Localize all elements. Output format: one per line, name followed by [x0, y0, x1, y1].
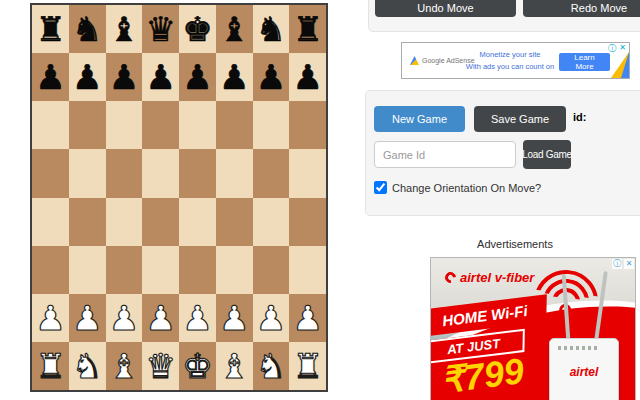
piece-black-king[interactable]: ♚ [182, 12, 212, 46]
square-h4[interactable] [289, 198, 326, 246]
square-g1[interactable]: ♞ [253, 342, 290, 390]
page: ♜♞♝♛♚♝♞♜♟♟♟♟♟♟♟♟♟♟♟♟♟♟♟♟♜♞♝♛♚♝♞♜ Undo Mo… [0, 0, 640, 400]
advertisements-heading: Advertisements [365, 238, 640, 250]
piece-white-pawn[interactable]: ♟ [145, 301, 175, 335]
orientation-option-row: Change Orientation On Move? [374, 181, 541, 194]
piece-black-knight[interactable]: ♞ [256, 12, 286, 46]
adsense-headline: Monetize your site [462, 49, 558, 61]
square-c2[interactable]: ♟ [106, 294, 143, 342]
orientation-checkbox[interactable] [374, 181, 387, 194]
square-f3[interactable] [216, 246, 253, 294]
game-controls-panel: New Game Save Game id: Load Game Change … [365, 90, 640, 216]
square-f7[interactable]: ♟ [216, 53, 253, 101]
square-e3[interactable] [179, 246, 216, 294]
square-a1[interactable]: ♜ [32, 342, 69, 390]
square-d1[interactable]: ♛ [142, 342, 179, 390]
square-f8[interactable]: ♝ [216, 5, 253, 53]
piece-black-pawn[interactable]: ♟ [219, 60, 249, 94]
square-g3[interactable] [253, 246, 290, 294]
piece-white-rook[interactable]: ♜ [292, 349, 322, 383]
undo-move-button[interactable]: Undo Move [375, 0, 516, 17]
square-d5[interactable] [142, 149, 179, 197]
piece-white-pawn[interactable]: ♟ [256, 301, 286, 335]
piece-black-pawn[interactable]: ♟ [72, 60, 102, 94]
airtel-logo: airtel v-fiber [445, 270, 534, 285]
square-h7[interactable]: ♟ [289, 53, 326, 101]
square-g6[interactable] [253, 101, 290, 149]
square-e8[interactable]: ♚ [179, 5, 216, 53]
game-id-label: id: [573, 111, 586, 123]
square-f2[interactable]: ♟ [216, 294, 253, 342]
square-h5[interactable] [289, 149, 326, 197]
piece-white-knight[interactable]: ♞ [72, 349, 102, 383]
square-f1[interactable]: ♝ [216, 342, 253, 390]
piece-white-pawn[interactable]: ♟ [35, 301, 65, 335]
piece-white-rook[interactable]: ♜ [35, 349, 65, 383]
ad-info-icon[interactable]: ⓘ [612, 259, 622, 269]
piece-black-pawn[interactable]: ♟ [182, 60, 212, 94]
square-h6[interactable] [289, 101, 326, 149]
airtel-brand-text: airtel v-fiber [460, 270, 534, 285]
square-f5[interactable] [216, 149, 253, 197]
square-b4[interactable] [69, 198, 106, 246]
square-a2[interactable]: ♟ [32, 294, 69, 342]
piece-black-pawn[interactable]: ♟ [35, 60, 65, 94]
square-g8[interactable]: ♞ [253, 5, 290, 53]
piece-black-bishop[interactable]: ♝ [109, 12, 139, 46]
save-game-button[interactable]: Save Game [474, 106, 566, 132]
piece-white-pawn[interactable]: ♟ [292, 301, 322, 335]
load-game-button[interactable]: Load Game [523, 140, 571, 169]
piece-black-pawn[interactable]: ♟ [145, 60, 175, 94]
square-a3[interactable] [32, 246, 69, 294]
square-g2[interactable]: ♟ [253, 294, 290, 342]
square-c3[interactable] [106, 246, 143, 294]
square-d4[interactable] [142, 198, 179, 246]
square-e7[interactable]: ♟ [179, 53, 216, 101]
piece-black-queen[interactable]: ♛ [145, 12, 175, 46]
square-d6[interactable] [142, 101, 179, 149]
square-h1[interactable]: ♜ [289, 342, 326, 390]
square-e2[interactable]: ♟ [179, 294, 216, 342]
square-g4[interactable] [253, 198, 290, 246]
piece-white-pawn[interactable]: ♟ [109, 301, 139, 335]
square-c4[interactable] [106, 198, 143, 246]
square-a7[interactable]: ♟ [32, 53, 69, 101]
piece-black-bishop[interactable]: ♝ [219, 12, 249, 46]
square-h8[interactable]: ♜ [289, 5, 326, 53]
router-brand-text: airtel [550, 365, 618, 379]
adsense-subline: With ads you can count on [462, 61, 558, 73]
piece-white-knight[interactable]: ♞ [256, 349, 286, 383]
adsense-copy: Monetize your site With ads you can coun… [462, 49, 558, 72]
square-a5[interactable] [32, 149, 69, 197]
piece-white-pawn[interactable]: ♟ [182, 301, 212, 335]
square-b1[interactable]: ♞ [69, 342, 106, 390]
piece-black-pawn[interactable]: ♟ [109, 60, 139, 94]
square-c5[interactable] [106, 149, 143, 197]
square-b2[interactable]: ♟ [69, 294, 106, 342]
game-id-input[interactable] [374, 141, 516, 168]
square-c6[interactable] [106, 101, 143, 149]
redo-move-button[interactable]: Redo Move [523, 0, 640, 17]
piece-black-rook[interactable]: ♜ [35, 12, 65, 46]
square-b6[interactable] [69, 101, 106, 149]
piece-black-pawn[interactable]: ♟ [292, 60, 322, 94]
piece-white-queen[interactable]: ♛ [145, 349, 175, 383]
square-e6[interactable] [179, 101, 216, 149]
piece-white-bishop[interactable]: ♝ [109, 349, 139, 383]
google-adsense-icon [410, 56, 419, 65]
piece-white-bishop[interactable]: ♝ [219, 349, 249, 383]
square-c7[interactable]: ♟ [106, 53, 143, 101]
square-d7[interactable]: ♟ [142, 53, 179, 101]
square-g7[interactable]: ♟ [253, 53, 290, 101]
square-d8[interactable]: ♛ [142, 5, 179, 53]
square-d2[interactable]: ♟ [142, 294, 179, 342]
square-h3[interactable] [289, 246, 326, 294]
square-a4[interactable] [32, 198, 69, 246]
learn-more-button[interactable]: Learn More [559, 53, 610, 71]
new-game-button[interactable]: New Game [374, 106, 465, 132]
square-b7[interactable]: ♟ [69, 53, 106, 101]
piece-black-knight[interactable]: ♞ [72, 12, 102, 46]
adsense-banner[interactable]: Google AdSense Monetize your site With a… [401, 42, 630, 79]
adchoices-corner-graphic-blue [621, 52, 629, 78]
square-h2[interactable]: ♟ [289, 294, 326, 342]
square-e5[interactable] [179, 149, 216, 197]
square-a6[interactable] [32, 101, 69, 149]
square-b5[interactable] [69, 149, 106, 197]
price-text: ₹799 [439, 353, 526, 399]
square-b3[interactable] [69, 246, 106, 294]
piece-black-rook[interactable]: ♜ [292, 12, 322, 46]
square-e1[interactable]: ♚ [179, 342, 216, 390]
router-leds [558, 346, 597, 350]
piece-black-pawn[interactable]: ♟ [256, 60, 286, 94]
square-f6[interactable] [216, 101, 253, 149]
piece-white-pawn[interactable]: ♟ [219, 301, 249, 335]
orientation-label[interactable]: Change Orientation On Move? [392, 182, 541, 194]
ad-close-icon[interactable]: ✕ [619, 43, 626, 52]
square-c1[interactable]: ♝ [106, 342, 143, 390]
piece-white-pawn[interactable]: ♟ [72, 301, 102, 335]
square-d3[interactable] [142, 246, 179, 294]
router-device: airtel [549, 338, 619, 400]
square-b8[interactable]: ♞ [69, 5, 106, 53]
airtel-logo-icon [443, 270, 458, 285]
airtel-ad[interactable]: airtel v-fiber airtel HOME Wi-Fi AT JUST… [430, 257, 636, 400]
square-g5[interactable] [253, 149, 290, 197]
square-a8[interactable]: ♜ [32, 5, 69, 53]
ad-close-icon[interactable]: ✕ [624, 259, 634, 269]
square-f4[interactable] [216, 198, 253, 246]
piece-white-king[interactable]: ♚ [182, 349, 212, 383]
chess-board: ♜♞♝♛♚♝♞♜♟♟♟♟♟♟♟♟♟♟♟♟♟♟♟♟♜♞♝♛♚♝♞♜ [30, 3, 328, 392]
square-e4[interactable] [179, 198, 216, 246]
square-c8[interactable]: ♝ [106, 5, 143, 53]
